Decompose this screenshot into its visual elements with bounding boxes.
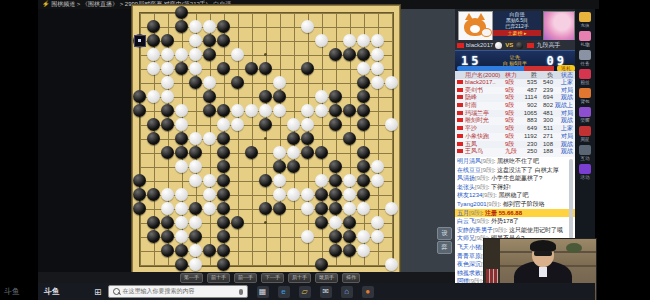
black-stone [329, 104, 342, 117]
white-stone [357, 230, 370, 243]
black-stone [329, 230, 342, 243]
black-stone [133, 174, 146, 187]
corner-watermark: 斗鱼 [4, 286, 20, 297]
black-stone [217, 104, 230, 117]
white-stone [371, 62, 384, 75]
white-stone [273, 76, 286, 89]
store-icon[interactable]: ⌂ [341, 286, 353, 298]
white-stone [371, 216, 384, 229]
black-player-flag-icon [457, 43, 464, 48]
black-stone [217, 160, 230, 173]
white-stone [189, 174, 202, 187]
white-stone [287, 188, 300, 201]
toolbar-button[interactable]: 前十手 [207, 273, 230, 283]
start-button[interactable]: ⊞ [94, 287, 102, 297]
white-stone [189, 34, 202, 47]
tool-settings-button[interactable]: 设 [437, 227, 452, 240]
white-stone [175, 216, 188, 229]
white-stone [147, 90, 160, 103]
chat-message: 明月清风[9段]: 黑棋吃不住了吧 [455, 157, 575, 166]
black-stone [147, 230, 160, 243]
toolbar-button[interactable]: 最后手 [315, 273, 338, 283]
chat-message: 安静的美男子[9段]: 这只能使用记时了哦 [455, 226, 575, 235]
white-stone [189, 160, 202, 173]
black-stone [315, 216, 328, 229]
black-stone [343, 244, 356, 257]
black-stone [133, 90, 146, 103]
black-stone [287, 160, 300, 173]
windows-taskbar: 斗鱼 ⊞ 在这里输入你要搜索的内容 ▦e▱✉⌂● [38, 283, 595, 300]
white-stone [161, 48, 174, 61]
country-flag-icon [457, 103, 463, 107]
white-stone [147, 62, 160, 75]
chat-message: 五月[9段]: 注册 55.66.88 [455, 209, 575, 218]
black-stone [217, 146, 230, 159]
white-stone [203, 202, 216, 215]
black-stone [343, 216, 356, 229]
black-stone [217, 20, 230, 33]
互动-icon[interactable]: 互动 [578, 145, 592, 161]
task-view-icon[interactable]: ▦ [257, 286, 269, 298]
white-stone [371, 230, 384, 243]
country-flag-icon [457, 134, 463, 138]
black-stone [231, 76, 244, 89]
black-stone [175, 20, 188, 33]
tool-board-button[interactable]: 弈 [437, 241, 452, 254]
white-stone [203, 188, 216, 201]
channel-icon: ⚡ [42, 1, 50, 7]
black-stone [357, 90, 370, 103]
country-flag-icon [457, 80, 463, 84]
black-stone [217, 188, 230, 201]
sidebar: 白自强 黑贴6.5目 已弈212手 土豪榜 ▸ 充值礼物任务粉丝背包荣耀周星互动… [455, 9, 595, 300]
country-flag-icon [457, 149, 463, 153]
streamer-avatar[interactable] [458, 11, 493, 42]
粉丝-icon[interactable]: 粉丝 [578, 69, 592, 85]
white-stone [259, 104, 272, 117]
vs-label: VS [505, 40, 513, 50]
black-stone [273, 202, 286, 215]
white-stone [189, 48, 202, 61]
chat-message: 在线豆豆[9段]: 这盘没法下了 白棋太厚 [455, 166, 575, 175]
black-stone [273, 90, 286, 103]
black-stone [133, 202, 146, 215]
black-stone [259, 118, 272, 131]
white-stone [203, 174, 216, 187]
black-stone [175, 244, 188, 257]
black-stone [147, 118, 160, 131]
black-stone [315, 188, 328, 201]
black-stone [301, 146, 314, 159]
white-stone [175, 48, 188, 61]
black-stone [357, 118, 370, 131]
black-stone [189, 202, 202, 215]
white-stone [189, 132, 202, 145]
black-stone [203, 90, 216, 103]
black-stone [329, 188, 342, 201]
douyu-watermark: 斗鱼 [44, 286, 60, 297]
user-table-row[interactable]: 平沙9段649511上家 [455, 125, 575, 133]
event-banner-image[interactable] [543, 11, 575, 42]
country-flag-icon [457, 142, 463, 146]
荣耀-icon[interactable]: 荣耀 [578, 107, 592, 123]
user-table-row[interactable]: 小象快跑9段1192271对局 [455, 133, 575, 141]
black-stone [357, 48, 370, 61]
toolbar-button[interactable]: 第一手 [180, 273, 203, 283]
search-placeholder: 在这里输入你要搜索的内容 [123, 287, 239, 296]
user-table-header: 用户名(2000) 棋力 胜 负 状态 [455, 71, 575, 79]
white-stone [343, 174, 356, 187]
chat-message: Tyang2001[9段]: 都到官子阶段咯 [455, 200, 575, 209]
black-stone [161, 146, 174, 159]
black-stone [329, 118, 342, 131]
black-stone [161, 216, 174, 229]
white-stone [357, 62, 370, 75]
black-stone [357, 104, 370, 117]
country-flag-icon [457, 88, 463, 92]
black-stone [189, 76, 202, 89]
go-board[interactable] [132, 5, 400, 273]
black-stone [161, 104, 174, 117]
toolbar-button[interactable]: 操作 [342, 273, 360, 283]
black-stone [217, 230, 230, 243]
white-stone [371, 34, 384, 47]
white-stone [343, 202, 356, 215]
chat-message: 老张头[9段]: 下得好! [455, 183, 575, 192]
礼物-icon[interactable]: 礼物 [578, 31, 592, 47]
black-stone [161, 230, 174, 243]
chat-message: 白云飞[9段]: 外势178了 [455, 217, 575, 226]
white-stone [245, 104, 258, 117]
white-stone [273, 146, 286, 159]
black-stone [189, 230, 202, 243]
white-stone [175, 104, 188, 117]
white-stone [301, 188, 314, 201]
black-stone [147, 20, 160, 33]
black-stone [133, 188, 146, 201]
black-stone [357, 160, 370, 173]
black-stone [245, 146, 258, 159]
player-bar: black2017 VS 九段高手 [455, 40, 575, 50]
white-stone [175, 230, 188, 243]
black-stone [329, 90, 342, 103]
search-icon [113, 288, 120, 295]
clock-center-info: 让先 白 贴6目半 [493, 54, 537, 66]
white-stone [147, 48, 160, 61]
white-stone [161, 90, 174, 103]
white-stone [189, 258, 202, 271]
white-stone [161, 62, 174, 75]
black-stone [357, 188, 370, 201]
black-stone [245, 62, 258, 75]
info-line: 已弈212手 [493, 23, 541, 29]
white-stone [357, 34, 370, 47]
white-stone [301, 104, 314, 117]
white-stone [203, 20, 216, 33]
toolbar-button[interactable]: 后十手 [288, 273, 311, 283]
white-stone [161, 188, 174, 201]
black-stone-icon [516, 42, 523, 49]
white-stone [385, 258, 398, 271]
rich-rank-bar[interactable]: 土豪榜 ▸ [493, 30, 541, 36]
black-stone [315, 146, 328, 159]
board-toolbar: 第一手前十手前一手下一手后十手最后手操作 [38, 272, 455, 283]
black-stone [329, 244, 342, 257]
周星-icon[interactable]: 周星 [578, 126, 592, 142]
firefox-icon[interactable]: ● [362, 286, 374, 298]
black-stone [357, 174, 370, 187]
black-stone [217, 174, 230, 187]
black-stone [231, 216, 244, 229]
user-table-row[interactable]: 隐峰9段1114694观战 [455, 94, 575, 102]
white-stone [231, 104, 244, 117]
white-stone [231, 48, 244, 61]
microphone-icon [239, 289, 243, 295]
背包-icon[interactable]: 背包 [578, 88, 592, 104]
black-stone [287, 132, 300, 145]
black-player-name: black2017 [466, 40, 493, 50]
black-stone [161, 34, 174, 47]
black-stone [175, 146, 188, 159]
black-stone [315, 258, 328, 271]
black-stone [329, 48, 342, 61]
white-stone [371, 76, 384, 89]
white-stone [189, 244, 202, 257]
last-move-marker [134, 35, 146, 47]
white-stone [315, 90, 328, 103]
white-stone [203, 132, 216, 145]
taskbar-search-input[interactable]: 在这里输入你要搜索的内容 [108, 285, 248, 298]
mail-icon[interactable]: ✉ [320, 286, 332, 298]
black-stone [217, 34, 230, 47]
black-stone [259, 90, 272, 103]
black-stone [203, 244, 216, 257]
black-stone [357, 76, 370, 89]
user-table-row[interactable]: 奕剑书9段487239对局 [455, 87, 575, 95]
white-stone [301, 118, 314, 131]
white-stone [175, 188, 188, 201]
black-stone [175, 6, 188, 19]
white-stone [315, 174, 328, 187]
chat-scrollbar[interactable] [569, 159, 573, 239]
country-flag-icon [457, 126, 463, 130]
white-stone [385, 76, 398, 89]
black-stone [217, 258, 230, 271]
white-stone [287, 118, 300, 131]
black-stone [329, 202, 342, 215]
white-player-flag-icon [527, 43, 534, 48]
black-stone [175, 132, 188, 145]
white-stone [175, 160, 188, 173]
black-stone [301, 132, 314, 145]
white-stone [357, 202, 370, 215]
black-stone [329, 174, 342, 187]
black-stone [203, 48, 216, 61]
white-stone [385, 118, 398, 131]
white-stone [161, 202, 174, 215]
black-stone [147, 188, 160, 201]
white-stone [217, 118, 230, 131]
black-stone [217, 62, 230, 75]
black-stone [217, 202, 230, 215]
black-stone [161, 118, 174, 131]
country-flag-icon [457, 111, 463, 115]
black-stone [301, 62, 314, 75]
user-table-row[interactable]: 时雨9段902802观战上 [455, 102, 575, 110]
fox-tail-icon [481, 28, 492, 37]
black-stone [203, 104, 216, 117]
white-stone [371, 160, 384, 173]
black-stone [329, 160, 342, 173]
star-point [264, 137, 267, 140]
活动-icon[interactable]: 活动 [578, 164, 592, 180]
user-table-row[interactable]: 雕刻时光9段883300观战 [455, 117, 575, 125]
user-list-table[interactable]: 用户名(2000) 棋力 胜 负 状态 black2017..9段535540上… [455, 71, 575, 157]
white-stone [175, 118, 188, 131]
country-flag-icon [457, 95, 463, 99]
star-point [264, 53, 267, 56]
black-stone [175, 62, 188, 75]
fox-snout-icon [470, 25, 480, 33]
black-stone [343, 104, 356, 117]
white-stone [273, 188, 286, 201]
white-stone [189, 20, 202, 33]
white-stone [343, 34, 356, 47]
white-stone-icon [495, 42, 502, 49]
black-stone [259, 62, 272, 75]
game-clock: 15 让先 白 贴6目半 09 送礼 [455, 50, 575, 72]
user-table-row[interactable]: 王风鸟九段250188观战 [455, 148, 575, 156]
white-stone [371, 174, 384, 187]
toolbar-button[interactable]: 前一手 [234, 273, 257, 283]
board-side-panel: 设 弈 [397, 9, 455, 272]
任务-icon[interactable]: 任务 [578, 50, 592, 66]
black-stone [217, 244, 230, 257]
black-stone [357, 146, 370, 159]
edge-icon[interactable]: e [278, 286, 290, 298]
game-info-panel: 白自强 黑贴6.5目 已弈212手 土豪榜 ▸ [493, 11, 541, 40]
black-stone [203, 34, 216, 47]
stream-screenshot: ⚡ 围棋频道 > 《围棋直播》 > 2999局对弈赛 对弈中(第212手) - … [0, 0, 650, 300]
white-stone [371, 48, 384, 61]
black-stone [189, 146, 202, 159]
black-stone [273, 160, 286, 173]
user-table-row[interactable]: black2017..9段535540上家 [455, 79, 575, 87]
white-stone [189, 216, 202, 229]
white-stone [343, 188, 356, 201]
white-stone [301, 20, 314, 33]
black-stone [175, 258, 188, 271]
black-stone [217, 132, 230, 145]
chat-message: 棋友1234[9段]: 黑棋稳了吧 [455, 191, 575, 200]
white-stone [301, 230, 314, 243]
black-stone [343, 230, 356, 243]
white-stone [301, 202, 314, 215]
white-stone [273, 104, 286, 117]
white-stone [203, 76, 216, 89]
white-stone [357, 244, 370, 257]
充值-icon[interactable]: 充值 [578, 12, 592, 28]
black-stone [147, 216, 160, 229]
black-stone [259, 174, 272, 187]
white-stone [175, 202, 188, 215]
white-stone [315, 34, 328, 47]
white-stone [385, 202, 398, 215]
chat-message: 风清扬[9段]: 小学生也能赢棋了? [455, 174, 575, 183]
glasses [534, 251, 552, 256]
country-flag-icon [457, 118, 463, 122]
plant [566, 243, 582, 253]
user-table-row[interactable]: 玛瑙兰亭9段1065481对局 [455, 110, 575, 118]
black-stone [133, 104, 146, 117]
black-stone [315, 202, 328, 215]
star-point [264, 221, 267, 224]
folder-icon[interactable]: ▱ [299, 286, 311, 298]
white-stone [189, 62, 202, 75]
white-player-name: 九段高手 [536, 40, 560, 50]
black-stone [147, 34, 160, 47]
black-stone [161, 244, 174, 257]
white-stone [329, 216, 342, 229]
white-stone [273, 174, 286, 187]
black-stone [147, 132, 160, 145]
user-table-row[interactable]: 五凤9段230108观战 [455, 141, 575, 149]
black-stone [259, 202, 272, 215]
gift-icon-strip: 充值礼物任务粉丝背包荣耀周星互动活动 [575, 9, 595, 241]
white-stone [315, 104, 328, 117]
white-stone [161, 76, 174, 89]
toolbar-button[interactable]: 下一手 [261, 273, 284, 283]
white-stone [231, 118, 244, 131]
white-stone [287, 146, 300, 159]
black-stone [343, 132, 356, 145]
black-stone [217, 216, 230, 229]
black-stone [343, 48, 356, 61]
